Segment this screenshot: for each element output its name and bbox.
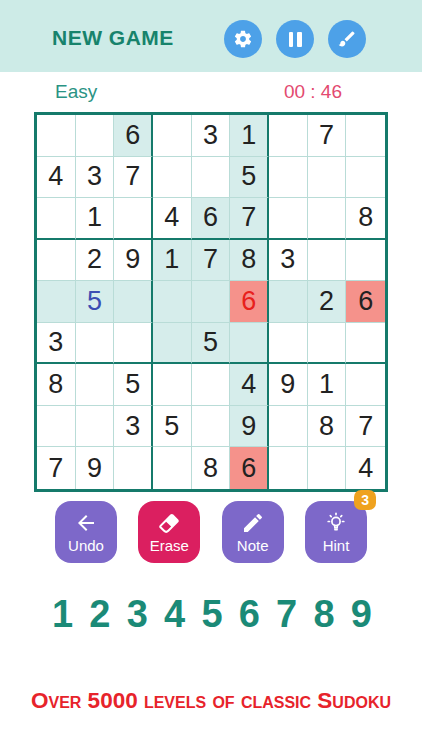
cell-r9c3[interactable] xyxy=(114,447,153,489)
cell-r8c1[interactable] xyxy=(37,406,76,448)
cell-r9c6[interactable]: 6 xyxy=(230,447,269,489)
cell-r2c7[interactable] xyxy=(269,157,308,199)
cell-r7c4[interactable] xyxy=(153,364,192,406)
cell-r3c7[interactable] xyxy=(269,198,308,240)
cell-r5c6[interactable]: 6 xyxy=(230,281,269,323)
numpad-7[interactable]: 7 xyxy=(276,595,297,633)
cell-r5c9[interactable]: 6 xyxy=(346,281,385,323)
cell-r5c8[interactable]: 2 xyxy=(308,281,347,323)
note-label: Note xyxy=(237,537,269,554)
paintbrush-icon xyxy=(337,29,357,49)
cell-r3c2[interactable]: 1 xyxy=(76,198,115,240)
cell-r7c9[interactable] xyxy=(346,364,385,406)
cell-r7c8[interactable]: 1 xyxy=(308,364,347,406)
pencil-icon xyxy=(241,511,265,535)
cell-r4c9[interactable] xyxy=(346,240,385,282)
header: NEW GAME xyxy=(0,0,422,72)
cell-r8c5[interactable] xyxy=(192,406,231,448)
erase-label: Erase xyxy=(150,537,189,554)
cell-r1c3[interactable]: 6 xyxy=(114,115,153,157)
store-caption: Over 5000 levels of classic Sudoku xyxy=(0,688,422,714)
cell-r8c9[interactable]: 7 xyxy=(346,406,385,448)
cell-r3c4[interactable]: 4 xyxy=(153,198,192,240)
numpad-8[interactable]: 8 xyxy=(313,595,334,633)
cell-r8c4[interactable]: 5 xyxy=(153,406,192,448)
cell-r9c7[interactable] xyxy=(269,447,308,489)
cell-r2c2[interactable]: 3 xyxy=(76,157,115,199)
cell-r1c2[interactable] xyxy=(76,115,115,157)
pause-icon xyxy=(289,32,302,47)
numpad-3[interactable]: 3 xyxy=(127,595,148,633)
cell-r8c3[interactable]: 3 xyxy=(114,406,153,448)
timer: 00 : 46 xyxy=(284,81,342,103)
cell-r1c6[interactable]: 1 xyxy=(230,115,269,157)
cell-r2c8[interactable] xyxy=(308,157,347,199)
number-pad: 123456789 xyxy=(52,588,372,640)
cell-r6c6[interactable] xyxy=(230,323,269,365)
cell-r5c5[interactable] xyxy=(192,281,231,323)
cell-r1c5[interactable]: 3 xyxy=(192,115,231,157)
cell-r1c9[interactable] xyxy=(346,115,385,157)
cell-r7c3[interactable]: 5 xyxy=(114,364,153,406)
cell-r5c2[interactable]: 5 xyxy=(76,281,115,323)
status-bar: Easy 00 : 46 xyxy=(0,72,422,112)
cell-r6c3[interactable] xyxy=(114,323,153,365)
cell-r7c5[interactable] xyxy=(192,364,231,406)
app-screen: NEW GAME Easy 00 : 46 631743751467829178… xyxy=(0,0,422,750)
toolbar: Undo Erase Note 3 xyxy=(55,501,367,565)
cell-r6c1[interactable]: 3 xyxy=(37,323,76,365)
undo-button[interactable]: Undo xyxy=(55,501,117,563)
cell-r1c4[interactable] xyxy=(153,115,192,157)
erase-button[interactable]: Erase xyxy=(138,501,200,563)
numpad-9[interactable]: 9 xyxy=(351,595,372,633)
settings-button[interactable] xyxy=(224,20,262,58)
pause-button[interactable] xyxy=(276,20,314,58)
cell-r3c6[interactable]: 7 xyxy=(230,198,269,240)
gear-icon xyxy=(233,29,253,49)
cell-r5c7[interactable] xyxy=(269,281,308,323)
cell-r2c3[interactable]: 7 xyxy=(114,157,153,199)
cell-r3c1[interactable] xyxy=(37,198,76,240)
cell-r6c8[interactable] xyxy=(308,323,347,365)
hint-count-badge: 3 xyxy=(354,490,376,510)
page-title: NEW GAME xyxy=(52,26,174,50)
cell-r4c7[interactable]: 3 xyxy=(269,240,308,282)
cell-r2c9[interactable] xyxy=(346,157,385,199)
difficulty-label: Easy xyxy=(55,81,97,103)
cell-r4c3[interactable]: 9 xyxy=(114,240,153,282)
cell-r8c2[interactable] xyxy=(76,406,115,448)
cell-r5c3[interactable] xyxy=(114,281,153,323)
cell-r7c2[interactable] xyxy=(76,364,115,406)
cell-r1c8[interactable]: 7 xyxy=(308,115,347,157)
undo-label: Undo xyxy=(68,537,104,554)
cell-r1c1[interactable] xyxy=(37,115,76,157)
lightbulb-icon xyxy=(324,511,348,535)
cell-r9c1[interactable]: 7 xyxy=(37,447,76,489)
cell-r6c4[interactable] xyxy=(153,323,192,365)
cell-r4c1[interactable] xyxy=(37,240,76,282)
cell-r8c8[interactable]: 8 xyxy=(308,406,347,448)
header-buttons xyxy=(224,20,366,58)
cell-r9c2[interactable]: 9 xyxy=(76,447,115,489)
cell-r2c4[interactable] xyxy=(153,157,192,199)
note-button[interactable]: Note xyxy=(222,501,284,563)
cell-r3c8[interactable] xyxy=(308,198,347,240)
theme-button[interactable] xyxy=(328,20,366,58)
cell-r4c4[interactable]: 1 xyxy=(153,240,192,282)
cell-r8c7[interactable] xyxy=(269,406,308,448)
hint-button[interactable]: 3 Hint xyxy=(305,501,367,563)
sudoku-board: 6317437514678291783562635854913598779864 xyxy=(34,112,388,492)
cell-r5c1[interactable] xyxy=(37,281,76,323)
cell-r9c4[interactable] xyxy=(153,447,192,489)
cell-r9c9[interactable]: 4 xyxy=(346,447,385,489)
cell-r4c5[interactable]: 7 xyxy=(192,240,231,282)
numpad-4[interactable]: 4 xyxy=(164,595,185,633)
cell-r5c4[interactable] xyxy=(153,281,192,323)
numpad-2[interactable]: 2 xyxy=(89,595,110,633)
cell-r4c6[interactable]: 8 xyxy=(230,240,269,282)
numpad-6[interactable]: 6 xyxy=(239,595,260,633)
cell-r3c5[interactable]: 6 xyxy=(192,198,231,240)
cell-r4c2[interactable]: 2 xyxy=(76,240,115,282)
cell-r7c7[interactable]: 9 xyxy=(269,364,308,406)
cell-r6c9[interactable] xyxy=(346,323,385,365)
cell-r9c5[interactable]: 8 xyxy=(192,447,231,489)
cell-r6c2[interactable] xyxy=(76,323,115,365)
cell-r8c6[interactable]: 9 xyxy=(230,406,269,448)
cell-r6c7[interactable] xyxy=(269,323,308,365)
undo-arrow-icon xyxy=(74,511,98,535)
cell-r3c3[interactable] xyxy=(114,198,153,240)
cell-r2c6[interactable]: 5 xyxy=(230,157,269,199)
cell-r6c5[interactable]: 5 xyxy=(192,323,231,365)
numpad-5[interactable]: 5 xyxy=(201,595,222,633)
cell-r2c1[interactable]: 4 xyxy=(37,157,76,199)
cell-r2c5[interactable] xyxy=(192,157,231,199)
eraser-icon xyxy=(157,511,181,535)
cell-r7c6[interactable]: 4 xyxy=(230,364,269,406)
cell-r7c1[interactable]: 8 xyxy=(37,364,76,406)
cell-r9c8[interactable] xyxy=(308,447,347,489)
hint-label: Hint xyxy=(323,537,350,554)
cell-r4c8[interactable] xyxy=(308,240,347,282)
numpad-1[interactable]: 1 xyxy=(52,595,73,633)
cell-r1c7[interactable] xyxy=(269,115,308,157)
cell-r3c9[interactable]: 8 xyxy=(346,198,385,240)
